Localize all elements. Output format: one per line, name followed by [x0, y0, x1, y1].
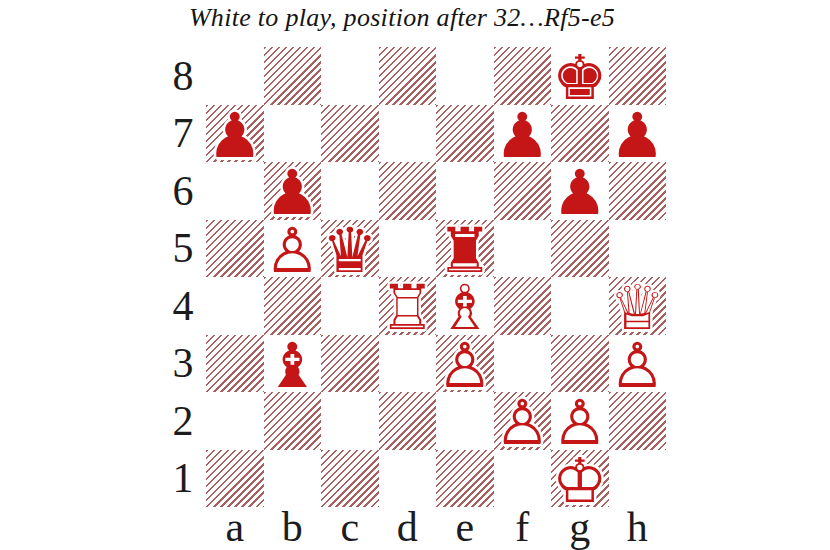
piece-white-pawn-g2: ♟♙: [551, 392, 609, 450]
square-d6: [379, 162, 437, 220]
square-h6: [609, 162, 667, 220]
square-a5: [206, 220, 264, 278]
rank-labels: 87654321: [162, 47, 204, 507]
square-f5: [494, 220, 552, 278]
piece-white-queen-h4: ♛♕: [609, 277, 667, 335]
square-a2: [206, 392, 264, 450]
square-d5: [379, 220, 437, 278]
square-g6: ♟♟: [551, 162, 609, 220]
square-b5: ♟♙: [264, 220, 322, 278]
rank-label-7: 7: [162, 105, 204, 163]
square-g7: [551, 105, 609, 163]
file-label-g: g: [551, 503, 609, 550]
square-a3: [206, 335, 264, 393]
file-label-b: b: [264, 503, 322, 550]
square-a4: [206, 277, 264, 335]
piece-black-king-g8: ♚♚: [551, 47, 609, 105]
rank-label-5: 5: [162, 220, 204, 278]
square-h4: ♛♕: [609, 277, 667, 335]
chess-board: ♚♚♟♟♟♟♟♟♟♟♟♟♟♙♛♛♜♜♜♖♝♗♛♕♝♝♟♙♟♙♟♙♟♙♚♔: [206, 47, 666, 507]
piece-white-pawn-h3: ♟♙: [609, 335, 667, 393]
square-h5: [609, 220, 667, 278]
square-g1: ♚♔: [551, 450, 609, 508]
square-e6: [436, 162, 494, 220]
square-a6: [206, 162, 264, 220]
square-h2: [609, 392, 667, 450]
piece-white-bishop-e4: ♝♗: [436, 277, 494, 335]
file-label-e: e: [436, 503, 494, 550]
square-c3: [321, 335, 379, 393]
square-d3: [379, 335, 437, 393]
file-label-a: a: [206, 503, 264, 550]
square-e2: [436, 392, 494, 450]
square-a8: [206, 47, 264, 105]
black-pawn-icon: ♟: [206, 107, 264, 165]
square-c5: ♛♛: [321, 220, 379, 278]
square-b3: ♝♝: [264, 335, 322, 393]
file-label-c: c: [321, 503, 379, 550]
rank-label-1: 1: [162, 450, 204, 508]
rank-label-8: 8: [162, 47, 204, 105]
piece-black-queen-c5: ♛♛: [321, 220, 379, 278]
square-b4: [264, 277, 322, 335]
white-pawn-icon: ♙: [494, 394, 552, 452]
square-d7: [379, 105, 437, 163]
square-b7: [264, 105, 322, 163]
square-b6: ♟♟: [264, 162, 322, 220]
diagram-caption: White to play, position after 32…Rf5-e5: [0, 3, 817, 33]
file-labels: abcdefgh: [206, 503, 666, 549]
square-f8: [494, 47, 552, 105]
piece-white-king-g1: ♚♔: [551, 450, 609, 508]
square-g2: ♟♙: [551, 392, 609, 450]
square-f3: [494, 335, 552, 393]
square-h8: [609, 47, 667, 105]
rank-label-3: 3: [162, 335, 204, 393]
piece-white-pawn-b5: ♟♙: [264, 220, 322, 278]
square-f6: [494, 162, 552, 220]
chess-diagram-page: White to play, position after 32…Rf5-e5 …: [0, 0, 830, 550]
square-b2: [264, 392, 322, 450]
square-g3: [551, 335, 609, 393]
black-king-icon: ♚: [551, 49, 609, 107]
piece-black-pawn-a7: ♟♟: [206, 105, 264, 163]
file-label-f: f: [494, 503, 552, 550]
square-c7: [321, 105, 379, 163]
black-queen-icon: ♛: [321, 222, 379, 280]
square-a1: [206, 450, 264, 508]
piece-black-bishop-b3: ♝♝: [264, 335, 322, 393]
square-f1: [494, 450, 552, 508]
square-d1: [379, 450, 437, 508]
white-rook-icon: ♖: [379, 279, 437, 337]
square-e4: ♝♗: [436, 277, 494, 335]
black-pawn-icon: ♟: [551, 164, 609, 222]
piece-white-pawn-e3: ♟♙: [436, 335, 494, 393]
white-pawn-icon: ♙: [264, 222, 322, 280]
piece-white-rook-d4: ♜♖: [379, 277, 437, 335]
square-h3: ♟♙: [609, 335, 667, 393]
square-e1: [436, 450, 494, 508]
white-pawn-icon: ♙: [609, 337, 667, 395]
square-g4: [551, 277, 609, 335]
piece-black-pawn-f7: ♟♟: [494, 105, 552, 163]
square-c1: [321, 450, 379, 508]
rank-label-2: 2: [162, 392, 204, 450]
square-f4: [494, 277, 552, 335]
square-e3: ♟♙: [436, 335, 494, 393]
square-e7: [436, 105, 494, 163]
square-g8: ♚♚: [551, 47, 609, 105]
file-label-h: h: [609, 503, 667, 550]
square-d4: ♜♖: [379, 277, 437, 335]
square-f2: ♟♙: [494, 392, 552, 450]
black-pawn-icon: ♟: [494, 107, 552, 165]
square-c6: [321, 162, 379, 220]
square-g5: [551, 220, 609, 278]
square-b8: [264, 47, 322, 105]
file-label-d: d: [379, 503, 437, 550]
square-e8: [436, 47, 494, 105]
square-b1: [264, 450, 322, 508]
square-c2: [321, 392, 379, 450]
piece-black-pawn-b6: ♟♟: [264, 162, 322, 220]
square-c4: [321, 277, 379, 335]
piece-black-pawn-h7: ♟♟: [609, 105, 667, 163]
square-d8: [379, 47, 437, 105]
piece-black-rook-e5: ♜♜: [436, 220, 494, 278]
square-d2: [379, 392, 437, 450]
black-bishop-icon: ♝: [264, 337, 322, 395]
white-king-icon: ♔: [551, 452, 609, 510]
square-a7: ♟♟: [206, 105, 264, 163]
square-h7: ♟♟: [609, 105, 667, 163]
rank-label-4: 4: [162, 277, 204, 335]
piece-white-pawn-f2: ♟♙: [494, 392, 552, 450]
rank-label-6: 6: [162, 162, 204, 220]
square-c8: [321, 47, 379, 105]
square-e5: ♜♜: [436, 220, 494, 278]
square-h1: [609, 450, 667, 508]
white-pawn-icon: ♙: [436, 337, 494, 395]
black-pawn-icon: ♟: [609, 107, 667, 165]
square-f7: ♟♟: [494, 105, 552, 163]
piece-black-pawn-g6: ♟♟: [551, 162, 609, 220]
